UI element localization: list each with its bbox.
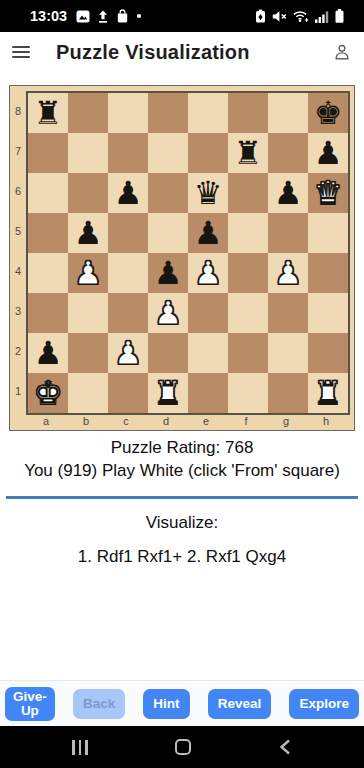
square-e3[interactable]: [188, 293, 228, 333]
square-b5[interactable]: ♟: [68, 213, 108, 253]
square-b2[interactable]: [68, 333, 108, 373]
square-e2[interactable]: [188, 333, 228, 373]
white-king-a1: ♚: [28, 373, 68, 413]
white-pawn-g4: ♟: [268, 253, 308, 293]
rank-label-6: 6: [10, 171, 26, 211]
status-bar: 13:03: [0, 0, 364, 32]
screenshot-icon: [76, 10, 90, 23]
rank-label-2: 2: [10, 331, 26, 371]
square-c3[interactable]: [108, 293, 148, 333]
square-a6[interactable]: [28, 173, 68, 213]
mute-icon: [272, 10, 287, 23]
file-label-h: h: [306, 415, 346, 429]
square-a8[interactable]: ♜: [28, 93, 68, 133]
square-g1[interactable]: [268, 373, 308, 413]
back-icon[interactable]: [278, 739, 292, 755]
rank-label-5: 5: [10, 211, 26, 251]
app-bar: Puzzle Visualization: [0, 32, 364, 72]
white-pawn-d3: ♟: [148, 293, 188, 333]
status-time: 13:03: [30, 8, 67, 24]
black-queen-e6: ♛: [188, 173, 228, 213]
square-c2[interactable]: ♟: [108, 333, 148, 373]
square-d7[interactable]: [148, 133, 188, 173]
square-h3[interactable]: [308, 293, 348, 333]
person-icon[interactable]: [332, 42, 352, 62]
black-pawn-a2: ♟: [28, 333, 68, 373]
rank-labels: 87654321: [10, 91, 26, 415]
square-b4[interactable]: ♟: [68, 253, 108, 293]
square-f2[interactable]: [228, 333, 268, 373]
visualize-label: Visualize:: [0, 512, 364, 534]
square-e6[interactable]: ♛: [188, 173, 228, 213]
white-rook-h1: ♜: [308, 373, 348, 413]
recents-icon[interactable]: [72, 740, 88, 755]
square-f5[interactable]: [228, 213, 268, 253]
upload-icon: [97, 10, 109, 23]
white-pawn-b4: ♟: [68, 253, 108, 293]
square-b8[interactable]: [68, 93, 108, 133]
square-h2[interactable]: [308, 333, 348, 373]
square-f3[interactable]: [228, 293, 268, 333]
square-g7[interactable]: [268, 133, 308, 173]
square-d5[interactable]: [148, 213, 188, 253]
square-b6[interactable]: [68, 173, 108, 213]
square-a2[interactable]: ♟: [28, 333, 68, 373]
square-c6[interactable]: ♟: [108, 173, 148, 213]
square-a5[interactable]: [28, 213, 68, 253]
square-f4[interactable]: [228, 253, 268, 293]
black-pawn-e5: ♟: [188, 213, 228, 253]
square-c5[interactable]: [108, 213, 148, 253]
player-instruction: You (919) Play White (click 'From' squar…: [0, 459, 364, 482]
square-g4[interactable]: ♟: [268, 253, 308, 293]
black-pawn-c6: ♟: [108, 173, 148, 213]
square-d3[interactable]: ♟: [148, 293, 188, 333]
square-e5[interactable]: ♟: [188, 213, 228, 253]
square-g6[interactable]: ♟: [268, 173, 308, 213]
rank-label-8: 8: [10, 91, 26, 131]
square-d1[interactable]: ♜: [148, 373, 188, 413]
black-rook-a8: ♜: [28, 93, 68, 133]
file-label-c: c: [106, 415, 146, 429]
square-a3[interactable]: [28, 293, 68, 333]
file-labels: abcdefgh: [26, 415, 346, 429]
square-c1[interactable]: [108, 373, 148, 413]
action-button-bar: Give- UpBackHintRevealExplore: [0, 680, 364, 726]
black-pawn-h7: ♟: [308, 133, 348, 173]
white-rook-d1: ♜: [148, 373, 188, 413]
white-queen-h6: ♛: [308, 173, 348, 213]
reveal-button[interactable]: Reveal: [208, 689, 272, 719]
square-g5[interactable]: [268, 213, 308, 253]
file-label-b: b: [66, 415, 106, 429]
square-f1[interactable]: [228, 373, 268, 413]
square-a4[interactable]: [28, 253, 68, 293]
square-b1[interactable]: [68, 373, 108, 413]
page-title: Puzzle Visualization: [56, 41, 250, 64]
square-h1[interactable]: ♜: [308, 373, 348, 413]
square-g2[interactable]: [268, 333, 308, 373]
phone-screen: 13:03 Puzzle Visualization 87654321 ♜♚♜♟…: [0, 0, 364, 768]
file-label-g: g: [266, 415, 306, 429]
square-e1[interactable]: [188, 373, 228, 413]
square-c7[interactable]: [108, 133, 148, 173]
square-h5[interactable]: [308, 213, 348, 253]
white-pawn-e4: ♟: [188, 253, 228, 293]
puzzle-info: Puzzle Rating: 768 You (919) Play White …: [0, 436, 364, 568]
rank-label-4: 4: [10, 251, 26, 291]
file-label-e: e: [186, 415, 226, 429]
dot-icon: [136, 13, 142, 19]
square-e4[interactable]: ♟: [188, 253, 228, 293]
square-b7[interactable]: [68, 133, 108, 173]
rank-label-3: 3: [10, 291, 26, 331]
square-f6[interactable]: [228, 173, 268, 213]
square-e7[interactable]: [188, 133, 228, 173]
moves-line: 1. Rdf1 Rxf1+ 2. Rxf1 Qxg4: [0, 546, 364, 568]
wifi-icon: [293, 10, 309, 23]
square-a7[interactable]: [28, 133, 68, 173]
square-d8[interactable]: [148, 93, 188, 133]
back-button[interactable]: Back: [73, 689, 125, 719]
signal-icon: [315, 10, 329, 23]
chess-board: 87654321 ♜♚♜♟♟♛♟♛♟♟♟♟♟♟♟♟♟♚♜♜ abcdefgh: [9, 85, 355, 431]
file-label-f: f: [226, 415, 266, 429]
battery-icon: [335, 9, 344, 23]
rank-label-1: 1: [10, 371, 26, 411]
rank-label-7: 7: [10, 131, 26, 171]
square-d6[interactable]: [148, 173, 188, 213]
square-f7[interactable]: ♜: [228, 133, 268, 173]
board-grid: ♜♚♜♟♟♛♟♛♟♟♟♟♟♟♟♟♟♚♜♜: [26, 91, 350, 415]
square-c8[interactable]: [108, 93, 148, 133]
puzzle-rating: Puzzle Rating: 768: [0, 436, 364, 459]
black-pawn-b5: ♟: [68, 213, 108, 253]
square-h4[interactable]: [308, 253, 348, 293]
square-f8[interactable]: [228, 93, 268, 133]
square-d4[interactable]: ♟: [148, 253, 188, 293]
bag-icon: [116, 9, 129, 23]
square-e8[interactable]: [188, 93, 228, 133]
square-g3[interactable]: [268, 293, 308, 333]
white-pawn-c2: ♟: [108, 333, 148, 373]
square-h8[interactable]: ♚: [308, 93, 348, 133]
square-g8[interactable]: [268, 93, 308, 133]
explore-button[interactable]: Explore: [289, 689, 359, 719]
hamburger-icon[interactable]: [12, 46, 30, 58]
black-pawn-d4: ♟: [148, 253, 188, 293]
square-a1[interactable]: ♚: [28, 373, 68, 413]
hint-button[interactable]: Hint: [143, 689, 189, 719]
square-c4[interactable]: [108, 253, 148, 293]
square-h6[interactable]: ♛: [308, 173, 348, 213]
square-h7[interactable]: ♟: [308, 133, 348, 173]
file-label-d: d: [146, 415, 186, 429]
file-label-a: a: [26, 415, 66, 429]
give-up-button[interactable]: Give- Up: [5, 687, 55, 721]
black-pawn-g6: ♟: [268, 173, 308, 213]
black-king-h8: ♚: [308, 93, 348, 133]
android-nav-bar: [0, 726, 364, 768]
battery-saver-icon: [255, 9, 266, 23]
square-b3[interactable]: [68, 293, 108, 333]
square-d2[interactable]: [148, 333, 188, 373]
black-rook-f7: ♜: [228, 133, 268, 173]
section-divider: [6, 496, 358, 499]
home-icon[interactable]: [175, 739, 191, 755]
